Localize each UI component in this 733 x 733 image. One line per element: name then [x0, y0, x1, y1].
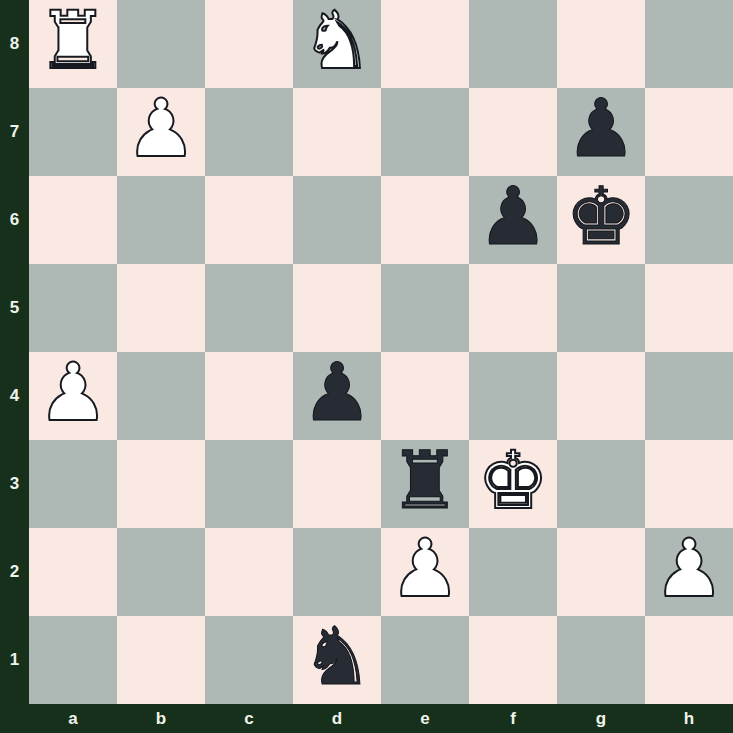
square-g1[interactable] [557, 616, 645, 704]
chessboard: 8♜♞7♟♟6♟♚54♟♟3♜♚2♟♟1♞abcdefgh [0, 0, 733, 733]
square-d2[interactable] [293, 528, 381, 616]
square-f1[interactable] [469, 616, 557, 704]
square-e7[interactable] [381, 88, 469, 176]
square-b2[interactable] [117, 528, 205, 616]
square-d7[interactable] [293, 88, 381, 176]
square-c5[interactable] [205, 264, 293, 352]
square-a2[interactable] [29, 528, 117, 616]
square-g2[interactable] [557, 528, 645, 616]
square-c1[interactable] [205, 616, 293, 704]
square-b1[interactable] [117, 616, 205, 704]
square-a8[interactable]: ♜ [29, 0, 117, 88]
white-knight-d8[interactable]: ♞ [301, 0, 373, 85]
square-h4[interactable] [645, 352, 733, 440]
square-f8[interactable] [469, 0, 557, 88]
chess-app: 8♜♞7♟♟6♟♚54♟♟3♜♚2♟♟1♞abcdefgh [0, 0, 733, 733]
square-a3[interactable] [29, 440, 117, 528]
black-pawn-d4[interactable]: ♟ [301, 349, 373, 437]
file-label-f: f [469, 704, 557, 733]
file-label-e: e [381, 704, 469, 733]
square-b4[interactable] [117, 352, 205, 440]
square-b6[interactable] [117, 176, 205, 264]
square-h8[interactable] [645, 0, 733, 88]
square-d1[interactable]: ♞ [293, 616, 381, 704]
square-b5[interactable] [117, 264, 205, 352]
square-b8[interactable] [117, 0, 205, 88]
square-g5[interactable] [557, 264, 645, 352]
rank-label-7: 7 [0, 88, 29, 176]
square-d5[interactable] [293, 264, 381, 352]
square-f7[interactable] [469, 88, 557, 176]
square-c3[interactable] [205, 440, 293, 528]
square-a5[interactable] [29, 264, 117, 352]
black-rook-e3[interactable]: ♜ [389, 437, 461, 525]
white-pawn-a4[interactable]: ♟ [37, 349, 109, 437]
square-d8[interactable]: ♞ [293, 0, 381, 88]
white-king-f3[interactable]: ♚ [477, 437, 549, 525]
square-c4[interactable] [205, 352, 293, 440]
square-f3[interactable]: ♚ [469, 440, 557, 528]
square-h6[interactable] [645, 176, 733, 264]
square-h1[interactable] [645, 616, 733, 704]
square-g3[interactable] [557, 440, 645, 528]
rank-label-8: 8 [0, 0, 29, 88]
rank-label-5: 5 [0, 264, 29, 352]
square-e4[interactable] [381, 352, 469, 440]
square-a4[interactable]: ♟ [29, 352, 117, 440]
square-g6[interactable]: ♚ [557, 176, 645, 264]
square-h2[interactable]: ♟ [645, 528, 733, 616]
square-e5[interactable] [381, 264, 469, 352]
square-h7[interactable] [645, 88, 733, 176]
square-a7[interactable] [29, 88, 117, 176]
black-knight-d1[interactable]: ♞ [301, 613, 373, 701]
file-label-b: b [117, 704, 205, 733]
square-c6[interactable] [205, 176, 293, 264]
square-b7[interactable]: ♟ [117, 88, 205, 176]
square-g8[interactable] [557, 0, 645, 88]
white-pawn-b7[interactable]: ♟ [125, 85, 197, 173]
white-rook-a8[interactable]: ♜ [37, 0, 109, 85]
square-a6[interactable] [29, 176, 117, 264]
file-label-a: a [29, 704, 117, 733]
file-label-h: h [645, 704, 733, 733]
rank-label-3: 3 [0, 440, 29, 528]
black-king-g6[interactable]: ♚ [565, 173, 637, 261]
square-c2[interactable] [205, 528, 293, 616]
rank-label-6: 6 [0, 176, 29, 264]
black-pawn-f6[interactable]: ♟ [477, 173, 549, 261]
file-label-d: d [293, 704, 381, 733]
rank-label-2: 2 [0, 528, 29, 616]
square-c8[interactable] [205, 0, 293, 88]
square-g7[interactable]: ♟ [557, 88, 645, 176]
square-e6[interactable] [381, 176, 469, 264]
square-a1[interactable] [29, 616, 117, 704]
square-f4[interactable] [469, 352, 557, 440]
square-e8[interactable] [381, 0, 469, 88]
white-pawn-h2[interactable]: ♟ [653, 525, 725, 613]
square-b3[interactable] [117, 440, 205, 528]
square-e2[interactable]: ♟ [381, 528, 469, 616]
square-f6[interactable]: ♟ [469, 176, 557, 264]
black-pawn-g7[interactable]: ♟ [565, 85, 637, 173]
rank-label-1: 1 [0, 616, 29, 704]
rank-label-4: 4 [0, 352, 29, 440]
square-d4[interactable]: ♟ [293, 352, 381, 440]
square-g4[interactable] [557, 352, 645, 440]
square-d3[interactable] [293, 440, 381, 528]
file-label-g: g [557, 704, 645, 733]
square-h3[interactable] [645, 440, 733, 528]
square-e3[interactable]: ♜ [381, 440, 469, 528]
square-h5[interactable] [645, 264, 733, 352]
file-label-c: c [205, 704, 293, 733]
square-e1[interactable] [381, 616, 469, 704]
square-c7[interactable] [205, 88, 293, 176]
square-f5[interactable] [469, 264, 557, 352]
white-pawn-e2[interactable]: ♟ [389, 525, 461, 613]
square-f2[interactable] [469, 528, 557, 616]
square-d6[interactable] [293, 176, 381, 264]
board-border-corner [0, 704, 29, 733]
